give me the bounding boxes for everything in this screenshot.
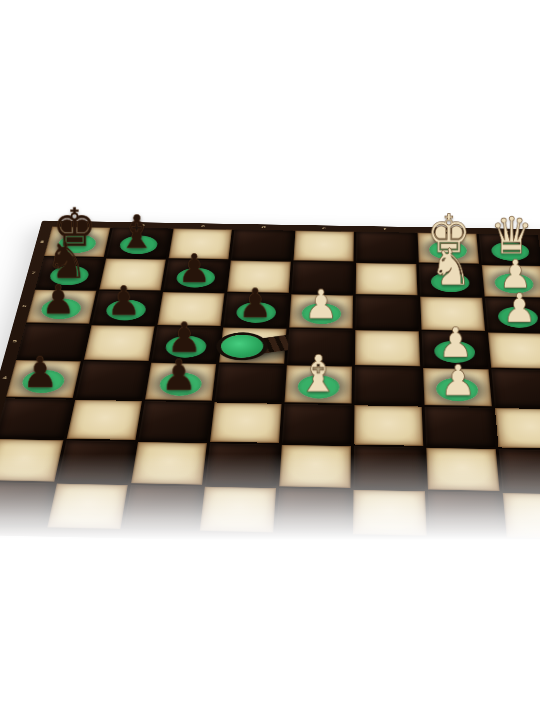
square-h2[interactable] [499,449,540,492]
square-a6[interactable]: ♟ [26,290,96,324]
square-b6[interactable]: ♟ [92,291,161,325]
square-g1[interactable] [428,491,504,537]
black-pawn-c7[interactable]: ♟ [178,249,211,288]
white-pawn-e6[interactable]: ♟ [304,285,338,325]
square-g2[interactable] [426,448,499,491]
square-e6[interactable]: ♟ [289,294,353,328]
square-f7[interactable] [356,263,418,295]
square-a3[interactable] [0,398,72,438]
square-e2[interactable] [279,445,351,488]
square-d3[interactable] [210,402,281,443]
black-bishop-b8[interactable]: ♝ [117,210,155,255]
square-a4[interactable]: ♟ [6,360,81,398]
square-b5[interactable] [84,325,155,361]
square-f8[interactable] [356,232,416,263]
square-c7[interactable]: ♟ [163,259,228,291]
square-c1[interactable] [123,485,201,531]
square-f6[interactable] [355,296,418,330]
square-g4[interactable]: ♟ [423,368,492,406]
white-pawn-g4[interactable]: ♟ [440,360,476,403]
square-d5[interactable] [219,328,286,364]
square-c2[interactable] [131,442,207,485]
square-g7[interactable]: ♞ [419,264,482,297]
white-pawn-h6[interactable]: ♟ [502,288,536,328]
square-f5[interactable] [355,330,420,366]
square-f4[interactable] [354,367,421,405]
square-f3[interactable] [354,405,423,446]
chessboard-frame: abcdefgh 87654321 ♚♝♚♛♞♟♞♟♟♟♟♟♟♟♟♟♟♝♟ [0,221,540,549]
square-e4[interactable]: ♝ [285,365,353,403]
square-a2[interactable] [0,439,63,482]
square-h6[interactable]: ♟ [485,298,540,332]
square-f2[interactable] [354,446,425,489]
square-b4[interactable] [76,361,149,399]
square-d8[interactable] [231,230,293,261]
black-pawn-b6[interactable]: ♟ [107,281,141,321]
product-photo: abcdefgh 87654321 ♚♝♚♛♞♟♞♟♟♟♟♟♟♟♟♟♟♝♟ [0,0,540,720]
square-a1[interactable] [0,482,54,527]
white-bishop-e4[interactable]: ♝ [297,349,340,400]
square-b8[interactable]: ♝ [106,228,171,259]
square-g3[interactable] [425,407,496,448]
black-pawn-c4[interactable]: ♟ [161,354,197,397]
black-pawn-a4[interactable]: ♟ [22,352,58,394]
square-d2[interactable] [205,443,279,486]
chessboard[interactable]: ♚♝♚♛♞♟♞♟♟♟♟♟♟♟♟♟♟♝♟ [0,227,540,540]
green-felt-base [220,334,264,358]
square-h4[interactable] [491,369,540,408]
square-e3[interactable] [282,404,352,445]
square-b3[interactable] [67,400,142,440]
black-pawn-d6[interactable]: ♟ [238,284,272,324]
white-knight-g7[interactable]: ♞ [430,243,473,294]
square-b1[interactable] [47,484,127,530]
square-c3[interactable] [138,401,211,441]
fallen-black-pawn-d5[interactable] [219,328,286,364]
black-pawn-a6[interactable]: ♟ [41,280,75,320]
square-d6[interactable]: ♟ [223,293,288,327]
square-h5[interactable] [488,333,540,369]
square-b2[interactable] [57,440,135,483]
square-f1[interactable] [353,490,427,536]
square-d4[interactable] [215,364,284,402]
square-d1[interactable] [200,487,276,533]
square-c4[interactable]: ♟ [145,363,216,401]
square-e8[interactable] [293,231,353,262]
square-e1[interactable] [276,488,350,534]
square-h3[interactable] [495,408,540,449]
square-h1[interactable] [503,493,540,539]
